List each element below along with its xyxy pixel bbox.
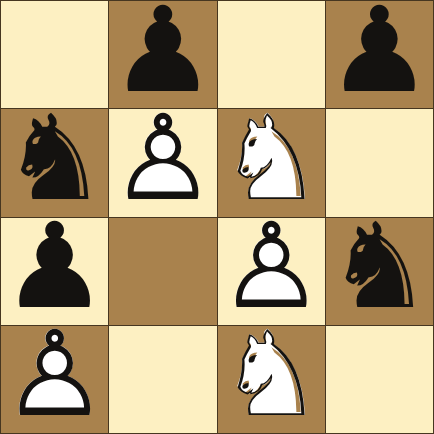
black-pawn-icon: ♟ (326, 1, 433, 108)
black-pawn-icon: ♟ (1, 218, 108, 325)
black-pawn-glyph: ♟ (2, 218, 108, 325)
square-r1c3[interactable] (326, 109, 433, 216)
square-r0c2[interactable] (218, 1, 325, 108)
black-knight-icon: ♞ (1, 109, 108, 216)
chess-board: ♟♟♞♟♙♞♘♟♟♙♞♟♙♞♘ (0, 0, 434, 434)
square-r2c3[interactable]: ♞ (326, 218, 433, 325)
white-pawn-icon: ♟♙ (109, 109, 216, 216)
square-r3c3[interactable] (326, 326, 433, 433)
square-r0c0[interactable] (1, 1, 108, 108)
square-r2c0[interactable]: ♟ (1, 218, 108, 325)
square-r2c2[interactable]: ♟♙ (218, 218, 325, 325)
black-pawn-icon: ♟ (109, 1, 216, 108)
square-r0c1[interactable]: ♟ (109, 1, 216, 108)
square-r3c2[interactable]: ♞♘ (218, 326, 325, 433)
square-r2c1[interactable] (109, 218, 216, 325)
white-pawn-outline: ♙ (110, 109, 216, 216)
white-knight-outline: ♘ (218, 109, 324, 216)
black-knight-glyph: ♞ (326, 218, 432, 325)
square-r1c2[interactable]: ♞♘ (218, 109, 325, 216)
square-r1c0[interactable]: ♞ (1, 109, 108, 216)
square-r3c0[interactable]: ♟♙ (1, 326, 108, 433)
square-r0c3[interactable]: ♟ (326, 1, 433, 108)
white-pawn-outline: ♙ (2, 326, 108, 433)
square-r3c1[interactable] (109, 326, 216, 433)
black-knight-icon: ♞ (326, 218, 433, 325)
chess-board-container: ♟♟♞♟♙♞♘♟♟♙♞♟♙♞♘ (0, 0, 434, 434)
white-knight-icon: ♞♘ (218, 326, 325, 433)
black-pawn-glyph: ♟ (326, 1, 432, 108)
square-r1c1[interactable]: ♟♙ (109, 109, 216, 216)
black-knight-glyph: ♞ (2, 109, 108, 216)
white-knight-outline: ♘ (218, 326, 324, 433)
white-knight-icon: ♞♘ (218, 109, 325, 216)
white-pawn-icon: ♟♙ (218, 218, 325, 325)
black-pawn-glyph: ♟ (110, 1, 216, 108)
white-pawn-icon: ♟♙ (1, 326, 108, 433)
white-pawn-outline: ♙ (218, 218, 324, 325)
